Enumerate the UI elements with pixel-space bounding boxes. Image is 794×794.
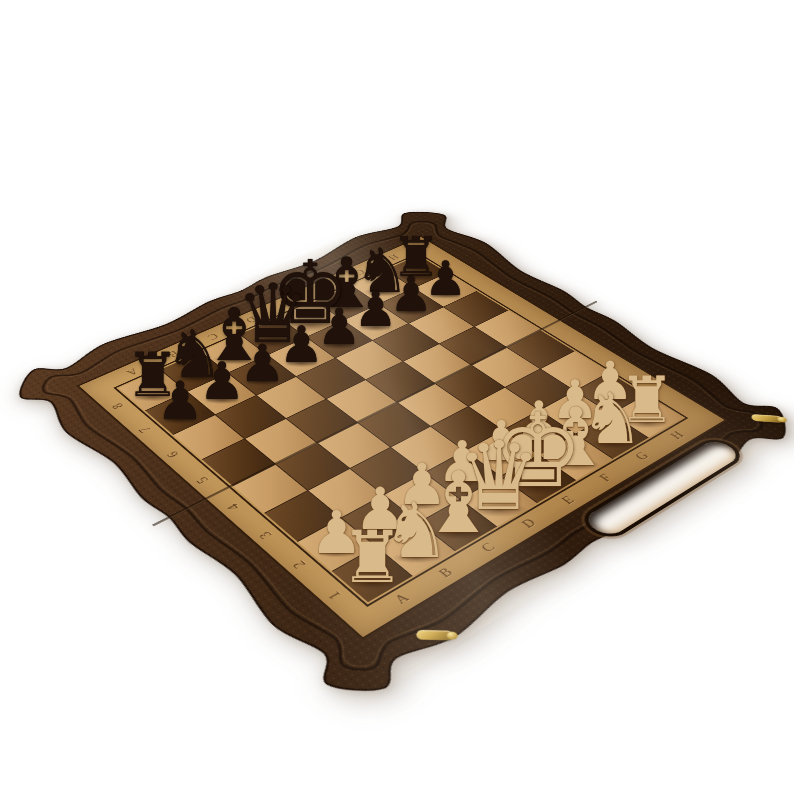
- chess-board: AABBCCDDEEFFGGHH12345678: [3, 204, 794, 710]
- chess-case-photo: AABBCCDDEEFFGGHH12345678 ♜♞♝♛♚♝♞♜♟♟♟♟♟♟♟…: [0, 0, 794, 794]
- brass-latch-bottom: [416, 630, 452, 641]
- brass-latch-knob: [777, 417, 787, 423]
- brass-latch-knob: [447, 632, 458, 640]
